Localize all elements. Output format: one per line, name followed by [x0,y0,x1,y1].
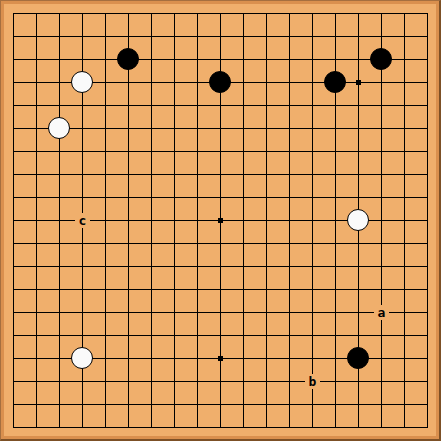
label-c: c [75,213,90,228]
grid-line-vertical [266,13,267,428]
stone-black [370,48,392,70]
grid-line-vertical [243,13,244,428]
label-b: b [305,374,320,389]
stone-black [347,347,369,369]
stone-white [71,71,93,93]
grid-line-vertical [381,13,382,428]
stone-white [347,209,369,231]
grid-line-horizontal [13,404,428,405]
grid-line-horizontal [13,243,428,244]
grid-line-horizontal [13,312,428,313]
star-point [356,80,361,85]
grid-line-vertical [289,13,290,428]
grid-line-horizontal [13,335,428,336]
grid-line-vertical [404,13,405,428]
label-a: a [374,305,389,320]
star-point [218,356,223,361]
stone-black [117,48,139,70]
stone-black [324,71,346,93]
grid-line-vertical [312,13,313,428]
stone-black [209,71,231,93]
grid-line-horizontal [13,266,428,267]
grid-line-horizontal [13,289,428,290]
star-point [218,218,223,223]
stone-white [71,347,93,369]
go-board: abc [0,0,441,441]
grid-line-horizontal [13,381,428,382]
go-diagram: abc [0,0,441,441]
grid-line-horizontal [13,427,428,428]
grid-line-vertical [427,13,428,428]
stone-white [48,117,70,139]
